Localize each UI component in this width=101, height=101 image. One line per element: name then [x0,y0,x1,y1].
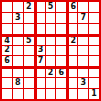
cell-r6c2-empty[interactable] [13,56,23,66]
cell-r4c1-given: 4 [2,35,12,45]
cell-r7c7-empty[interactable] [67,67,77,77]
cell-r5c4-given: 3 [35,46,45,56]
cell-r5c3-empty[interactable] [24,46,34,56]
cell-r7c8-empty[interactable] [78,67,88,77]
cell-r3c7-empty[interactable] [67,24,77,34]
cell-r1c6-empty[interactable] [56,2,66,12]
cell-r1c7-given: 6 [67,2,77,12]
cell-r4c4-empty[interactable] [35,35,45,45]
cell-r3c2-empty[interactable] [13,24,23,34]
cell-r3c5-empty[interactable] [46,24,56,34]
cell-r2c9-empty[interactable] [89,13,99,23]
cell-r1c5-given: 5 [46,2,56,12]
cell-r2c4-empty[interactable] [35,13,45,23]
cell-r5c2-empty[interactable] [13,46,23,56]
cell-r4c5-empty[interactable] [46,35,56,45]
cell-r2c8-given: 7 [78,13,88,23]
cell-r1c3-given: 2 [24,2,34,12]
cell-r6c1-given: 6 [2,56,12,66]
cell-r9c2-empty[interactable] [13,89,23,99]
cell-r8c2-given: 8 [13,78,23,88]
cell-r1c4-empty[interactable] [35,2,45,12]
sudoku-board: 25637452236726831 [0,0,101,101]
cell-r5c8-empty[interactable] [78,46,88,56]
cell-r3c6-empty[interactable] [56,24,66,34]
cell-r5c7-empty[interactable] [67,46,77,56]
cell-r2c3-empty[interactable] [24,13,34,23]
cell-r3c1-empty[interactable] [2,24,12,34]
cell-r5c6-empty[interactable] [56,46,66,56]
cell-r4c2-empty[interactable] [13,35,23,45]
cell-r9c6-empty[interactable] [56,89,66,99]
cell-r3c3-empty[interactable] [24,24,34,34]
cell-r5c1-given: 2 [2,46,12,56]
cell-r9c3-empty[interactable] [24,89,34,99]
cell-r9c4-empty[interactable] [35,89,45,99]
cell-r2c7-empty[interactable] [67,13,77,23]
cell-r6c9-empty[interactable] [89,56,99,66]
cell-r7c5-given: 2 [46,67,56,77]
cell-r1c9-empty[interactable] [89,2,99,12]
cell-r4c6-empty[interactable] [56,35,66,45]
cell-r9c8-empty[interactable] [78,89,88,99]
cell-r4c7-given: 2 [67,35,77,45]
cell-r3c8-empty[interactable] [78,24,88,34]
cell-r7c9-empty[interactable] [89,67,99,77]
cell-r8c6-empty[interactable] [56,78,66,88]
cell-r8c5-empty[interactable] [46,78,56,88]
cell-r8c3-empty[interactable] [24,78,34,88]
cell-r1c8-empty[interactable] [78,2,88,12]
cell-r4c9-empty[interactable] [89,35,99,45]
cell-r9c5-empty[interactable] [46,89,56,99]
cell-r3c4-empty[interactable] [35,24,45,34]
cell-r9c9-given: 1 [89,89,99,99]
cell-r8c4-empty[interactable] [35,78,45,88]
cell-r4c8-empty[interactable] [78,35,88,45]
cell-r4c3-given: 5 [24,35,34,45]
cell-r2c6-empty[interactable] [56,13,66,23]
cell-r7c4-empty[interactable] [35,67,45,77]
cell-r2c2-given: 3 [13,13,23,23]
cell-r5c5-empty[interactable] [46,46,56,56]
cell-r8c1-empty[interactable] [2,78,12,88]
cell-r7c1-empty[interactable] [2,67,12,77]
cell-r6c4-given: 7 [35,56,45,66]
cell-r5c9-empty[interactable] [89,46,99,56]
cell-r6c5-empty[interactable] [46,56,56,66]
cell-r9c7-empty[interactable] [67,89,77,99]
cell-r6c8-empty[interactable] [78,56,88,66]
cell-r2c5-empty[interactable] [46,13,56,23]
cell-r9c1-empty[interactable] [2,89,12,99]
cell-r7c6-given: 6 [56,67,66,77]
cell-r6c7-empty[interactable] [67,56,77,66]
cell-r1c1-empty[interactable] [2,2,12,12]
cell-r7c3-empty[interactable] [24,67,34,77]
cell-r8c9-empty[interactable] [89,78,99,88]
cell-r7c2-empty[interactable] [13,67,23,77]
cell-r3c9-empty[interactable] [89,24,99,34]
cell-r8c7-empty[interactable] [67,78,77,88]
cell-r1c2-empty[interactable] [13,2,23,12]
cell-r8c8-given: 3 [78,78,88,88]
cell-r2c1-empty[interactable] [2,13,12,23]
cell-r6c6-empty[interactable] [56,56,66,66]
cell-r6c3-empty[interactable] [24,56,34,66]
